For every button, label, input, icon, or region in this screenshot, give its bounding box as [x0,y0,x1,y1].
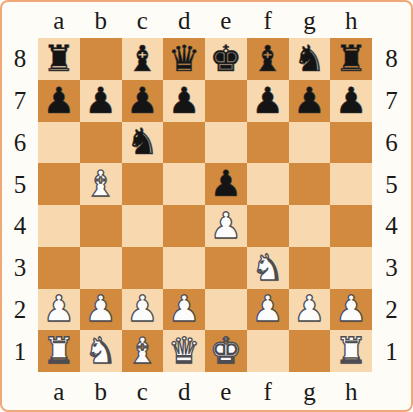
white-bishop-piece: ♝ [126,333,158,369]
square-g3[interactable] [289,247,331,289]
white-pawn-piece: ♟ [210,208,242,244]
black-bishop-piece: ♝ [126,41,158,77]
file-label-bottom-d: d [163,372,205,410]
file-labels-top: a b c d e f g h [38,2,372,38]
square-a8[interactable]: ♜ [38,38,80,80]
square-b6[interactable] [80,122,122,164]
rank-label-right-7: 7 [372,80,411,122]
rank-label-right-5: 5 [372,163,411,205]
white-pawn-piece: ♟ [168,291,200,327]
white-king-piece: ♚ [210,333,242,369]
file-label-bottom-c: c [122,372,164,410]
square-g6[interactable] [289,122,331,164]
rank-label-right-3: 3 [372,247,411,289]
square-b5[interactable]: ♝ [80,163,122,205]
square-d4[interactable] [163,205,205,247]
white-knight-piece: ♞ [251,250,283,286]
square-e2[interactable] [205,289,247,331]
square-b7[interactable]: ♟ [80,80,122,122]
rank-label-left-7: 7 [2,80,38,122]
board-layout: a b c d e f g h 8 7 6 5 4 3 2 1 ♜♝♛♚♝♞♜♟… [2,2,411,410]
black-pawn-piece: ♟ [168,83,200,119]
square-c8[interactable]: ♝ [122,38,164,80]
rank-label-left-4: 4 [2,205,38,247]
chess-board: ♜♝♛♚♝♞♜♟♟♟♟♟♟♟♞♝♟♟♞♟♟♟♟♟♟♟♜♞♝♛♚♜ [38,38,372,372]
square-c1[interactable]: ♝ [122,330,164,372]
file-label-bottom-g: g [289,372,331,410]
square-f8[interactable]: ♝ [247,38,289,80]
white-pawn-piece: ♟ [251,291,283,327]
rank-label-left-2: 2 [2,289,38,331]
rank-label-right-2: 2 [372,289,411,331]
rank-labels-left: 8 7 6 5 4 3 2 1 [2,38,38,372]
square-b8[interactable] [80,38,122,80]
file-label-bottom-f: f [247,372,289,410]
square-e6[interactable] [205,122,247,164]
file-label-top-a: a [38,2,80,38]
square-c6[interactable]: ♞ [122,122,164,164]
square-c7[interactable]: ♟ [122,80,164,122]
square-d3[interactable] [163,247,205,289]
file-label-top-h: h [330,2,372,38]
square-h3[interactable] [330,247,372,289]
file-label-bottom-b: b [80,372,122,410]
square-g7[interactable]: ♟ [289,80,331,122]
black-pawn-piece: ♟ [293,83,325,119]
square-h7[interactable]: ♟ [330,80,372,122]
file-label-bottom-e: e [205,372,247,410]
square-e8[interactable]: ♚ [205,38,247,80]
black-rook-piece: ♜ [335,41,367,77]
board-frame: a b c d e f g h 8 7 6 5 4 3 2 1 ♜♝♛♚♝♞♜♟… [0,0,413,412]
black-king-piece: ♚ [210,41,242,77]
white-bishop-piece: ♝ [84,166,116,202]
file-label-top-e: e [205,2,247,38]
black-rook-piece: ♜ [43,41,75,77]
black-knight-piece: ♞ [293,41,325,77]
square-g5[interactable] [289,163,331,205]
square-g1[interactable] [289,330,331,372]
square-b1[interactable]: ♞ [80,330,122,372]
white-pawn-piece: ♟ [126,291,158,327]
square-h4[interactable] [330,205,372,247]
square-h1[interactable]: ♜ [330,330,372,372]
square-d5[interactable] [163,163,205,205]
white-rook-piece: ♜ [335,333,367,369]
rank-labels-right: 8 7 6 5 4 3 2 1 [372,38,411,372]
square-a1[interactable]: ♜ [38,330,80,372]
square-g8[interactable]: ♞ [289,38,331,80]
square-a7[interactable]: ♟ [38,80,80,122]
black-bishop-piece: ♝ [251,41,283,77]
square-h5[interactable] [330,163,372,205]
black-pawn-piece: ♟ [335,83,367,119]
file-labels-bottom: a b c d e f g h [38,372,372,410]
black-pawn-piece: ♟ [84,83,116,119]
square-c4[interactable] [122,205,164,247]
square-g2[interactable]: ♟ [289,289,331,331]
file-label-top-f: f [247,2,289,38]
square-a6[interactable] [38,122,80,164]
square-c3[interactable] [122,247,164,289]
square-e5[interactable]: ♟ [205,163,247,205]
black-knight-piece: ♞ [126,124,158,160]
square-f7[interactable]: ♟ [247,80,289,122]
square-d8[interactable]: ♛ [163,38,205,80]
white-pawn-piece: ♟ [293,291,325,327]
square-a3[interactable] [38,247,80,289]
rank-label-right-6: 6 [372,122,411,164]
square-b3[interactable] [80,247,122,289]
rank-label-right-1: 1 [372,330,411,372]
square-d2[interactable]: ♟ [163,289,205,331]
square-b4[interactable] [80,205,122,247]
black-pawn-piece: ♟ [210,166,242,202]
square-d6[interactable] [163,122,205,164]
white-pawn-piece: ♟ [43,291,75,327]
white-pawn-piece: ♟ [335,291,367,327]
file-label-top-c: c [122,2,164,38]
rank-label-left-6: 6 [2,122,38,164]
square-e4[interactable]: ♟ [205,205,247,247]
white-queen-piece: ♛ [168,333,200,369]
square-a4[interactable] [38,205,80,247]
rank-label-left-8: 8 [2,38,38,80]
white-rook-piece: ♜ [43,333,75,369]
file-label-top-d: d [163,2,205,38]
file-label-top-b: b [80,2,122,38]
square-e7[interactable] [205,80,247,122]
square-h8[interactable]: ♜ [330,38,372,80]
square-a2[interactable]: ♟ [38,289,80,331]
square-f4[interactable] [247,205,289,247]
file-label-bottom-a: a [38,372,80,410]
rank-label-left-3: 3 [2,247,38,289]
square-c5[interactable] [122,163,164,205]
rank-label-left-1: 1 [2,330,38,372]
square-f5[interactable] [247,163,289,205]
square-b2[interactable]: ♟ [80,289,122,331]
rank-label-left-5: 5 [2,163,38,205]
square-f2[interactable]: ♟ [247,289,289,331]
file-label-top-g: g [289,2,331,38]
square-f3[interactable]: ♞ [247,247,289,289]
square-g4[interactable] [289,205,331,247]
rank-label-right-4: 4 [372,205,411,247]
rank-label-right-8: 8 [372,38,411,80]
square-a5[interactable] [38,163,80,205]
square-h6[interactable] [330,122,372,164]
square-h2[interactable]: ♟ [330,289,372,331]
white-knight-piece: ♞ [84,333,116,369]
black-pawn-piece: ♟ [251,83,283,119]
square-d7[interactable]: ♟ [163,80,205,122]
square-e1[interactable]: ♚ [205,330,247,372]
square-f6[interactable] [247,122,289,164]
file-label-bottom-h: h [330,372,372,410]
square-d1[interactable]: ♛ [163,330,205,372]
square-e3[interactable] [205,247,247,289]
black-pawn-piece: ♟ [43,83,75,119]
square-c2[interactable]: ♟ [122,289,164,331]
white-pawn-piece: ♟ [84,291,116,327]
square-f1[interactable] [247,330,289,372]
black-queen-piece: ♛ [168,41,200,77]
black-pawn-piece: ♟ [126,83,158,119]
